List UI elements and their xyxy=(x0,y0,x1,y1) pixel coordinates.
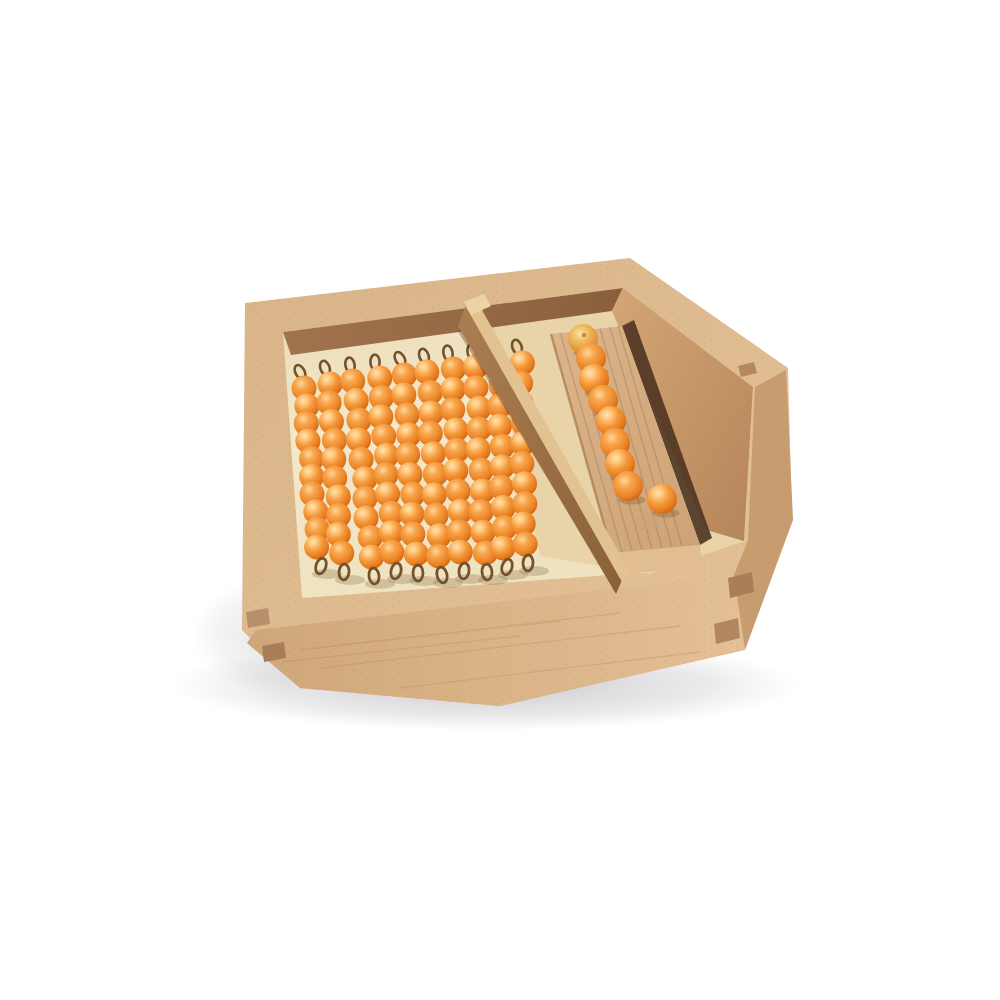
golden-unit-bead xyxy=(613,471,643,501)
golden-bead xyxy=(426,544,451,569)
golden-bead xyxy=(404,542,429,567)
golden-bead xyxy=(304,535,329,560)
golden-bead xyxy=(448,540,473,565)
golden-bead xyxy=(490,536,515,561)
bead-hole xyxy=(582,333,586,337)
product-photo xyxy=(0,0,1000,1000)
golden-bead xyxy=(379,540,404,565)
golden-unit-bead xyxy=(647,484,677,514)
bead-box-scene xyxy=(0,0,1000,1000)
golden-bead xyxy=(513,532,538,557)
golden-bead xyxy=(329,541,354,566)
